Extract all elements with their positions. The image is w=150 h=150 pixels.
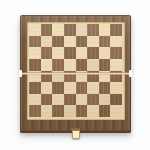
square-d6 <box>64 47 76 59</box>
square-a5 <box>29 59 41 71</box>
square-h7 <box>110 36 122 48</box>
square-h8 <box>110 24 122 36</box>
product-photo-scene <box>0 0 150 150</box>
square-c6 <box>52 47 64 59</box>
square-e7 <box>76 36 88 48</box>
square-a6 <box>29 47 41 59</box>
hinge-notch-right <box>129 70 132 77</box>
square-b3 <box>41 82 53 94</box>
chess-box <box>20 15 131 133</box>
square-g1 <box>99 105 111 117</box>
square-h1 <box>110 105 122 117</box>
square-h5 <box>110 59 122 71</box>
square-d1 <box>64 105 76 117</box>
square-b1 <box>41 105 53 117</box>
square-h3 <box>110 82 122 94</box>
chess-board <box>29 24 122 117</box>
square-b5 <box>41 59 53 71</box>
square-e5 <box>76 59 88 71</box>
square-h2 <box>110 94 122 106</box>
square-g5 <box>99 59 111 71</box>
square-b6 <box>41 47 53 59</box>
square-e6 <box>76 47 88 59</box>
square-f3 <box>87 82 99 94</box>
square-c1 <box>52 105 64 117</box>
square-c3 <box>52 82 64 94</box>
fold-seam <box>20 72 131 76</box>
square-e3 <box>76 82 88 94</box>
brass-latch-icon <box>72 130 80 139</box>
square-f1 <box>87 105 99 117</box>
square-a8 <box>29 24 41 36</box>
square-a3 <box>29 82 41 94</box>
square-g6 <box>99 47 111 59</box>
square-c2 <box>52 94 64 106</box>
square-e2 <box>76 94 88 106</box>
square-h6 <box>110 47 122 59</box>
square-d7 <box>64 36 76 48</box>
square-b2 <box>41 94 53 106</box>
square-a2 <box>29 94 41 106</box>
square-d3 <box>64 82 76 94</box>
square-e1 <box>76 105 88 117</box>
square-g7 <box>99 36 111 48</box>
square-f2 <box>87 94 99 106</box>
square-e8 <box>76 24 88 36</box>
square-g3 <box>99 82 111 94</box>
square-f6 <box>87 47 99 59</box>
square-a1 <box>29 105 41 117</box>
square-f7 <box>87 36 99 48</box>
square-g8 <box>99 24 111 36</box>
square-d8 <box>64 24 76 36</box>
square-a7 <box>29 36 41 48</box>
square-c5 <box>52 59 64 71</box>
square-c8 <box>52 24 64 36</box>
square-f8 <box>87 24 99 36</box>
square-d5 <box>64 59 76 71</box>
square-b7 <box>41 36 53 48</box>
square-g2 <box>99 94 111 106</box>
square-c7 <box>52 36 64 48</box>
square-f5 <box>87 59 99 71</box>
hinge-notch-left <box>19 70 22 77</box>
square-d2 <box>64 94 76 106</box>
square-b8 <box>41 24 53 36</box>
